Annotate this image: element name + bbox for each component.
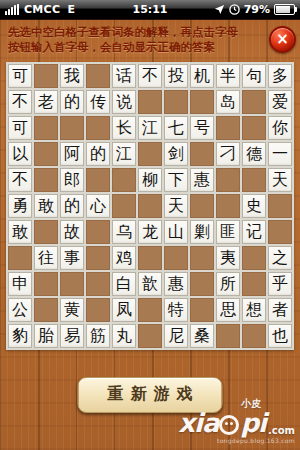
grid-cell-r2c6 xyxy=(138,90,162,114)
grid-cell-r10c7[interactable]: 特 xyxy=(164,298,188,322)
grid-cell-r2c3[interactable]: 的 xyxy=(60,90,84,114)
grid-cell-r9c9[interactable]: 所 xyxy=(216,272,240,296)
grid-cell-r10c1[interactable]: 公 xyxy=(8,298,32,322)
grid-cell-r8c2[interactable]: 往 xyxy=(34,246,58,270)
grid-cell-r9c5[interactable]: 白 xyxy=(112,272,136,296)
grid-cell-r1c10[interactable]: 句 xyxy=(242,64,266,88)
grid-cell-r5c2 xyxy=(34,168,58,192)
grid-cell-r11c11[interactable]: 也 xyxy=(268,324,292,348)
grid-cell-r9c7[interactable]: 惠 xyxy=(164,272,188,296)
grid-cell-r2c1[interactable]: 不 xyxy=(8,90,32,114)
grid-cell-r1c3[interactable]: 我 xyxy=(60,64,84,88)
grid-cell-r2c2[interactable]: 老 xyxy=(34,90,58,114)
grid-cell-r1c6[interactable]: 不 xyxy=(138,64,162,88)
grid-cell-r9c4 xyxy=(86,272,110,296)
grid-cell-r11c6 xyxy=(138,324,162,348)
grid-cell-r5c6[interactable]: 柳 xyxy=(138,168,162,192)
grid-cell-r11c3[interactable]: 易 xyxy=(60,324,84,348)
puzzle-grid: 可我话不投机半句多不老的传说岛爱可长江七号你以阿的江剑刁德一不郎柳下惠天勇敢的心… xyxy=(6,62,294,350)
grid-cell-r6c4[interactable]: 心 xyxy=(86,194,110,218)
grid-cell-r7c3[interactable]: 故 xyxy=(60,220,84,244)
grid-cell-r1c2 xyxy=(34,64,58,88)
xiaopi-logo: xiapi.com xyxy=(178,410,295,436)
grid-cell-r2c5[interactable]: 说 xyxy=(112,90,136,114)
grid-cell-r3c6[interactable]: 江 xyxy=(138,116,162,140)
grid-cell-r8c6 xyxy=(138,246,162,270)
grid-cell-r5c7[interactable]: 下 xyxy=(164,168,188,192)
grid-cell-r3c11[interactable]: 你 xyxy=(268,116,292,140)
grid-cell-r3c4 xyxy=(86,116,110,140)
grid-cell-r7c11 xyxy=(268,220,292,244)
grid-cell-r9c6[interactable]: 歆 xyxy=(138,272,162,296)
grid-cell-r4c1[interactable]: 以 xyxy=(8,142,32,166)
grid-cell-r10c3[interactable]: 黄 xyxy=(60,298,84,322)
grid-cell-r7c6[interactable]: 龙 xyxy=(138,220,162,244)
grid-cell-r1c4 xyxy=(86,64,110,88)
grid-cell-r6c8 xyxy=(190,194,214,218)
clock-icon xyxy=(229,4,240,15)
grid-cell-r8c1 xyxy=(8,246,32,270)
grid-cell-r11c8[interactable]: 桑 xyxy=(190,324,214,348)
instruction-banner: 先选中空白格子查看词条的解释，再点击字母 按钮输入首字母，会自动显示正确的答案 xyxy=(0,22,300,57)
grid-cell-r9c8 xyxy=(190,272,214,296)
grid-cell-r2c11[interactable]: 爱 xyxy=(268,90,292,114)
battery-icon xyxy=(274,4,295,15)
grid-cell-r6c10[interactable]: 史 xyxy=(242,194,266,218)
grid-cell-r4c2 xyxy=(34,142,58,166)
watermark-subtext: tongdepu.blog.163.com xyxy=(178,438,295,444)
grid-cell-r7c7[interactable]: 山 xyxy=(164,220,188,244)
grid-cell-r10c10[interactable]: 想 xyxy=(242,298,266,322)
grid-cell-r5c10 xyxy=(242,168,266,192)
grid-cell-r11c10 xyxy=(242,324,266,348)
grid-cell-r4c9[interactable]: 刁 xyxy=(216,142,240,166)
grid-cell-r4c7[interactable]: 剑 xyxy=(164,142,188,166)
logo-text-right: pi xyxy=(240,410,266,436)
grid-cell-r3c2 xyxy=(34,116,58,140)
grid-cell-r5c11[interactable]: 天 xyxy=(268,168,292,192)
grid-cell-r8c9[interactable]: 夷 xyxy=(216,246,240,270)
grid-cell-r4c3[interactable]: 阿 xyxy=(60,142,84,166)
grid-cell-r5c5 xyxy=(112,168,136,192)
grid-cell-r7c4 xyxy=(86,220,110,244)
grid-cell-r8c10 xyxy=(242,246,266,270)
grid-cell-r8c8 xyxy=(190,246,214,270)
grid-cell-r8c4 xyxy=(86,246,110,270)
grid-cell-r2c9[interactable]: 岛 xyxy=(216,90,240,114)
grid-cell-r9c1[interactable]: 申 xyxy=(8,272,32,296)
grid-cell-r11c5[interactable]: 丸 xyxy=(112,324,136,348)
instruction-line1: 先选中空白格子查看词条的解释，再点击字母 xyxy=(8,25,264,40)
grid-cell-r9c10 xyxy=(242,272,266,296)
grid-cell-r10c6 xyxy=(138,298,162,322)
grid-cell-r6c7[interactable]: 天 xyxy=(164,194,188,218)
grid-cell-r8c5[interactable]: 鸡 xyxy=(112,246,136,270)
grid-cell-r1c11[interactable]: 多 xyxy=(268,64,292,88)
grid-cell-r5c4 xyxy=(86,168,110,192)
grid-cell-r2c4[interactable]: 传 xyxy=(86,90,110,114)
battery-percent-label: 79% xyxy=(244,3,270,16)
grid-cell-r3c3 xyxy=(60,116,84,140)
grid-cell-r11c1[interactable]: 豹 xyxy=(8,324,32,348)
grid-cell-r6c6 xyxy=(138,194,162,218)
close-banner-button[interactable]: × xyxy=(269,26,296,53)
grid-cell-r6c3[interactable]: 的 xyxy=(60,194,84,218)
status-bar: CMCC E 15:11 79% xyxy=(0,0,300,20)
grid-cell-r7c10[interactable]: 记 xyxy=(242,220,266,244)
grid-cell-r3c9 xyxy=(216,116,240,140)
grid-cell-r7c8[interactable]: 剿 xyxy=(190,220,214,244)
grid-cell-r6c9 xyxy=(216,194,240,218)
grid-cell-r3c5[interactable]: 长 xyxy=(112,116,136,140)
logo-com-label: .com xyxy=(268,426,295,436)
grid-cell-r4c5[interactable]: 江 xyxy=(112,142,136,166)
grid-cell-r11c7[interactable]: 尼 xyxy=(164,324,188,348)
grid-cell-r8c3[interactable]: 事 xyxy=(60,246,84,270)
grid-cell-r11c4[interactable]: 筋 xyxy=(86,324,110,348)
grid-cell-r5c8[interactable]: 惠 xyxy=(190,168,214,192)
grid-cell-r5c1[interactable]: 不 xyxy=(8,168,32,192)
grid-cell-r4c4[interactable]: 的 xyxy=(86,142,110,166)
grid-cell-r4c11[interactable]: 一 xyxy=(268,142,292,166)
grid-cell-r7c1[interactable]: 敢 xyxy=(8,220,32,244)
signal-bars-icon xyxy=(5,4,20,15)
grid-cell-r10c9[interactable]: 思 xyxy=(216,298,240,322)
grid-cell-r6c1[interactable]: 勇 xyxy=(8,194,32,218)
grid-cell-r6c11 xyxy=(268,194,292,218)
grid-cell-r8c11[interactable]: 之 xyxy=(268,246,292,270)
grid-cell-r10c4 xyxy=(86,298,110,322)
grid-cell-r6c2[interactable]: 敢 xyxy=(34,194,58,218)
grid-cell-r4c8 xyxy=(190,142,214,166)
grid-cell-r7c5[interactable]: 乌 xyxy=(112,220,136,244)
grid-cell-r10c11[interactable]: 者 xyxy=(268,298,292,322)
grid-cell-r11c2[interactable]: 胎 xyxy=(34,324,58,348)
grid-cell-r1c8[interactable]: 机 xyxy=(190,64,214,88)
watermark: 小皮 xiapi.com tongdepu.blog.163.com xyxy=(178,399,295,444)
pig-face-icon xyxy=(219,415,239,435)
grid-cell-r9c3 xyxy=(60,272,84,296)
grid-cell-r3c8[interactable]: 号 xyxy=(190,116,214,140)
grid-cell-r5c9 xyxy=(216,168,240,192)
grid-cell-r10c2 xyxy=(34,298,58,322)
grid-cell-r9c11[interactable]: 乎 xyxy=(268,272,292,296)
grid-cell-r5c3[interactable]: 郎 xyxy=(60,168,84,192)
grid-cell-r2c8 xyxy=(190,90,214,114)
location-arrow-icon xyxy=(214,4,225,15)
grid-cell-r1c9[interactable]: 半 xyxy=(216,64,240,88)
grid-cell-r10c5[interactable]: 凤 xyxy=(112,298,136,322)
grid-cell-r2c10 xyxy=(242,90,266,114)
grid-cell-r10c8 xyxy=(190,298,214,322)
grid-cell-r7c9[interactable]: 匪 xyxy=(216,220,240,244)
grid-cell-r4c10[interactable]: 德 xyxy=(242,142,266,166)
grid-cell-r3c10 xyxy=(242,116,266,140)
network-type-label: E xyxy=(67,3,75,16)
grid-cell-r4c6 xyxy=(138,142,162,166)
carrier-label: CMCC xyxy=(24,3,60,16)
instruction-line2: 按钮输入首字母，会自动显示正确的答案 xyxy=(8,40,264,55)
grid-cell-r7c2 xyxy=(34,220,58,244)
grid-cell-r3c1[interactable]: 可 xyxy=(8,116,32,140)
logo-text-left: xia xyxy=(178,410,218,436)
grid-cell-r8c7 xyxy=(164,246,188,270)
grid-cell-r2c7 xyxy=(164,90,188,114)
grid-cell-r1c1[interactable]: 可 xyxy=(8,64,32,88)
grid-cell-r3c7[interactable]: 七 xyxy=(164,116,188,140)
grid-cell-r9c2 xyxy=(34,272,58,296)
app-screen: CMCC E 15:11 79% 先选中空白格子查看词条的解释，再点击字母 按钮… xyxy=(0,0,300,450)
grid-cell-r6c5 xyxy=(112,194,136,218)
grid-cell-r1c7[interactable]: 投 xyxy=(164,64,188,88)
grid-cell-r11c9 xyxy=(216,324,240,348)
grid-cell-r1c5[interactable]: 话 xyxy=(112,64,136,88)
